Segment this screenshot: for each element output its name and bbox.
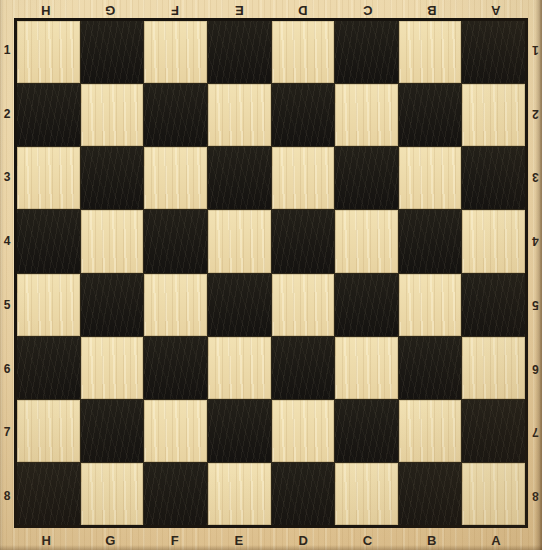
square-a3[interactable] xyxy=(462,147,525,209)
rank-label-left-7: 7 xyxy=(0,401,14,465)
square-e6[interactable] xyxy=(208,337,271,399)
square-g3[interactable] xyxy=(81,147,144,209)
file-label-top-c: C xyxy=(335,0,399,18)
square-a4[interactable] xyxy=(462,210,525,272)
file-labels-bottom: HGFEDCBA xyxy=(14,528,528,550)
square-a6[interactable] xyxy=(462,337,525,399)
square-a1[interactable] xyxy=(462,21,525,83)
chessboard xyxy=(14,18,528,528)
square-c4[interactable] xyxy=(335,210,398,272)
rank-label-right-4: 4 xyxy=(528,209,542,273)
square-g2[interactable] xyxy=(81,84,144,146)
rank-label-left-3: 3 xyxy=(0,146,14,210)
file-label-top-d: D xyxy=(271,0,335,18)
square-c1[interactable] xyxy=(335,21,398,83)
square-d8[interactable] xyxy=(272,463,335,525)
square-h2[interactable] xyxy=(17,84,80,146)
square-d6[interactable] xyxy=(272,337,335,399)
square-h1[interactable] xyxy=(17,21,80,83)
rank-label-right-5: 5 xyxy=(528,273,542,337)
square-c5[interactable] xyxy=(335,274,398,336)
file-label-bottom-h: H xyxy=(14,528,78,550)
square-f1[interactable] xyxy=(144,21,207,83)
square-a7[interactable] xyxy=(462,400,525,462)
rank-labels-right: 12345678 xyxy=(528,18,542,528)
square-f3[interactable] xyxy=(144,147,207,209)
square-f4[interactable] xyxy=(144,210,207,272)
square-f8[interactable] xyxy=(144,463,207,525)
rank-labels-left: 12345678 xyxy=(0,18,14,528)
square-f2[interactable] xyxy=(144,84,207,146)
rank-label-right-7: 7 xyxy=(528,401,542,465)
square-f7[interactable] xyxy=(144,400,207,462)
square-b6[interactable] xyxy=(399,337,462,399)
rank-label-left-1: 1 xyxy=(0,18,14,82)
rank-label-left-8: 8 xyxy=(0,464,14,528)
file-labels-top: HGFEDCBA xyxy=(14,0,528,18)
rank-label-left-4: 4 xyxy=(0,209,14,273)
square-a8[interactable] xyxy=(462,463,525,525)
square-b8[interactable] xyxy=(399,463,462,525)
rank-label-left-2: 2 xyxy=(0,82,14,146)
square-c3[interactable] xyxy=(335,147,398,209)
square-h5[interactable] xyxy=(17,274,80,336)
file-label-bottom-b: B xyxy=(400,528,464,550)
square-d5[interactable] xyxy=(272,274,335,336)
square-d3[interactable] xyxy=(272,147,335,209)
square-h3[interactable] xyxy=(17,147,80,209)
rank-label-right-1: 1 xyxy=(528,18,542,82)
square-b4[interactable] xyxy=(399,210,462,272)
square-a5[interactable] xyxy=(462,274,525,336)
file-label-top-b: B xyxy=(400,0,464,18)
square-f5[interactable] xyxy=(144,274,207,336)
file-label-top-e: E xyxy=(207,0,271,18)
board-photo: HGFEDCBA 12345678 12345678 HGFEDCBA xyxy=(0,0,542,550)
rank-label-right-6: 6 xyxy=(528,337,542,401)
square-d2[interactable] xyxy=(272,84,335,146)
square-b1[interactable] xyxy=(399,21,462,83)
square-g6[interactable] xyxy=(81,337,144,399)
square-g8[interactable] xyxy=(81,463,144,525)
rank-label-right-3: 3 xyxy=(528,146,542,210)
rank-label-right-2: 2 xyxy=(528,82,542,146)
square-g5[interactable] xyxy=(81,274,144,336)
square-b2[interactable] xyxy=(399,84,462,146)
rank-label-left-6: 6 xyxy=(0,337,14,401)
square-e7[interactable] xyxy=(208,400,271,462)
square-c7[interactable] xyxy=(335,400,398,462)
square-d4[interactable] xyxy=(272,210,335,272)
square-c6[interactable] xyxy=(335,337,398,399)
file-label-top-g: G xyxy=(78,0,142,18)
rank-label-left-5: 5 xyxy=(0,273,14,337)
square-e5[interactable] xyxy=(208,274,271,336)
square-b7[interactable] xyxy=(399,400,462,462)
file-label-bottom-f: F xyxy=(143,528,207,550)
rank-label-right-8: 8 xyxy=(528,464,542,528)
square-g7[interactable] xyxy=(81,400,144,462)
square-b5[interactable] xyxy=(399,274,462,336)
file-label-top-h: H xyxy=(14,0,78,18)
square-e1[interactable] xyxy=(208,21,271,83)
square-h8[interactable] xyxy=(17,463,80,525)
file-label-bottom-d: D xyxy=(271,528,335,550)
square-c8[interactable] xyxy=(335,463,398,525)
square-b3[interactable] xyxy=(399,147,462,209)
square-g4[interactable] xyxy=(81,210,144,272)
square-e2[interactable] xyxy=(208,84,271,146)
file-label-bottom-a: A xyxy=(464,528,528,550)
square-c2[interactable] xyxy=(335,84,398,146)
file-label-bottom-c: C xyxy=(335,528,399,550)
square-h6[interactable] xyxy=(17,337,80,399)
file-label-bottom-g: G xyxy=(78,528,142,550)
square-f6[interactable] xyxy=(144,337,207,399)
square-d1[interactable] xyxy=(272,21,335,83)
square-d7[interactable] xyxy=(272,400,335,462)
square-a2[interactable] xyxy=(462,84,525,146)
square-e4[interactable] xyxy=(208,210,271,272)
square-e8[interactable] xyxy=(208,463,271,525)
file-label-top-f: F xyxy=(143,0,207,18)
file-label-bottom-e: E xyxy=(207,528,271,550)
square-h7[interactable] xyxy=(17,400,80,462)
square-e3[interactable] xyxy=(208,147,271,209)
square-g1[interactable] xyxy=(81,21,144,83)
square-h4[interactable] xyxy=(17,210,80,272)
file-label-top-a: A xyxy=(464,0,528,18)
